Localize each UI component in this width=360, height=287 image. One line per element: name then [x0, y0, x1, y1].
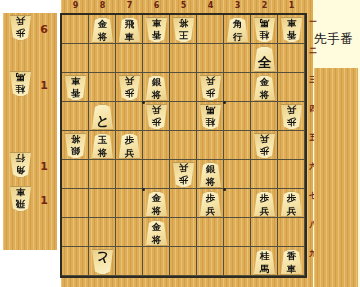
- square-4九[interactable]: [197, 247, 224, 276]
- square-8二[interactable]: [89, 44, 116, 73]
- piece-歩兵-gote[interactable]: 歩兵: [9, 15, 32, 41]
- square-5四[interactable]: [170, 102, 197, 131]
- square-2四[interactable]: [251, 102, 278, 131]
- square-9八[interactable]: [62, 218, 89, 247]
- square-6六[interactable]: [143, 160, 170, 189]
- piece-kanji: 兵: [125, 148, 134, 158]
- square-5二[interactable]: [170, 44, 197, 73]
- hand-count-桂馬: 1: [35, 79, 53, 92]
- square-6九[interactable]: [143, 247, 170, 276]
- piece-kanji: 香: [71, 88, 80, 98]
- piece-角行-gote[interactable]: 角行: [9, 152, 32, 178]
- square-4八[interactable]: [197, 218, 224, 247]
- hand-count-飛車: 1: [35, 194, 53, 207]
- piece-kanji: 兵: [260, 206, 269, 216]
- piece-kanji: 金: [152, 222, 161, 232]
- star-point: [142, 101, 145, 104]
- piece-kanji: 将: [152, 206, 161, 216]
- piece-kanji: 銀: [206, 164, 215, 174]
- square-1八[interactable]: [278, 218, 305, 247]
- file-label-2: 2: [251, 1, 278, 10]
- sente-captured-tray: [314, 68, 358, 287]
- piece-kanji: 車: [287, 18, 296, 28]
- piece-桂馬-gote[interactable]: 桂馬: [9, 71, 32, 97]
- file-label-7: 7: [116, 1, 143, 10]
- piece-kanji: 銀: [71, 146, 80, 156]
- piece-kanji: 行: [233, 32, 242, 42]
- square-8八[interactable]: [89, 218, 116, 247]
- piece-kanji: 将: [179, 18, 188, 28]
- piece-kanji: 桂: [260, 30, 269, 40]
- file-label-9: 9: [62, 1, 89, 10]
- piece-kanji: 香: [152, 30, 161, 40]
- piece-kanji: 将: [260, 90, 269, 100]
- board-grid: 金将飛車香車王将角行桂馬香車全香車歩兵銀将歩兵金将と歩兵桂馬歩兵銀将玉将歩兵歩兵…: [60, 13, 307, 278]
- piece-kanji: 歩: [260, 146, 269, 156]
- piece-kanji: 桂: [206, 117, 215, 127]
- square-4二[interactable]: [197, 44, 224, 73]
- piece-kanji: 車: [71, 76, 80, 86]
- square-3九[interactable]: [224, 247, 251, 276]
- piece-kanji: 兵: [287, 206, 296, 216]
- piece-kanji: 馬: [16, 72, 25, 82]
- square-9九[interactable]: [62, 247, 89, 276]
- piece-kanji: 兵: [152, 105, 161, 115]
- rank-label-一: 一: [308, 17, 318, 27]
- piece-kanji: 将: [152, 235, 161, 245]
- piece-kanji: 歩: [179, 175, 188, 185]
- square-6五[interactable]: [143, 131, 170, 160]
- piece-kanji: 馬: [260, 264, 269, 274]
- piece-kanji: 兵: [206, 76, 215, 86]
- square-5五[interactable]: [170, 131, 197, 160]
- file-label-5: 5: [170, 1, 197, 10]
- square-9七[interactable]: [62, 189, 89, 218]
- piece-kanji: 角: [233, 19, 242, 29]
- square-7六[interactable]: [116, 160, 143, 189]
- square-1二[interactable]: [278, 44, 305, 73]
- square-8三[interactable]: [89, 73, 116, 102]
- star-point: [142, 188, 145, 191]
- piece-kanji: 兵: [16, 16, 25, 26]
- file-label-1: 1: [278, 1, 305, 10]
- square-7八[interactable]: [116, 218, 143, 247]
- piece-kanji: 桂: [16, 85, 25, 95]
- piece-kanji: 歩: [125, 88, 134, 98]
- square-8七[interactable]: [89, 189, 116, 218]
- square-7二[interactable]: [116, 44, 143, 73]
- square-2八[interactable]: [251, 218, 278, 247]
- file-label-3: 3: [224, 1, 251, 10]
- square-1五[interactable]: [278, 131, 305, 160]
- piece-kanji: 歩: [206, 88, 215, 98]
- piece-kanji: と: [96, 114, 110, 128]
- square-2六[interactable]: [251, 160, 278, 189]
- piece-kanji: 金: [260, 77, 269, 87]
- turn-indicator: 先手番: [314, 31, 360, 48]
- piece-kanji: 玉: [98, 135, 107, 145]
- piece-kanji: 歩: [206, 193, 215, 203]
- piece-kanji: 金: [152, 193, 161, 203]
- piece-kanji: 香: [287, 251, 296, 261]
- piece-kanji: 馬: [206, 105, 215, 115]
- piece-kanji: 車: [152, 18, 161, 28]
- piece-kanji: 桂: [260, 251, 269, 261]
- piece-kanji: 将: [98, 32, 107, 42]
- square-7七[interactable]: [116, 189, 143, 218]
- piece-kanji: 歩: [16, 29, 25, 39]
- piece-kanji: 将: [152, 90, 161, 100]
- piece-kanji: 将: [98, 148, 107, 158]
- piece-kanji: 兵: [206, 206, 215, 216]
- square-7四[interactable]: [116, 102, 143, 131]
- rank-label-二: 二: [308, 46, 318, 56]
- file-label-4: 4: [197, 1, 224, 10]
- piece-kanji: 兵: [287, 105, 296, 115]
- piece-kanji: 角: [16, 166, 25, 176]
- piece-kanji: 歩: [287, 193, 296, 203]
- piece-kanji: 歩: [260, 193, 269, 203]
- file-label-8: 8: [89, 1, 116, 10]
- piece-kanji: 歩: [287, 117, 296, 127]
- piece-kanji: 兵: [260, 134, 269, 144]
- board-wood: 金将飛車香車王将角行桂馬香車全香車歩兵銀将歩兵金将と歩兵桂馬歩兵銀将玉将歩兵歩兵…: [61, 0, 313, 287]
- piece-kanji: 兵: [179, 163, 188, 173]
- piece-kanji: 飛: [125, 19, 134, 29]
- square-9四[interactable]: [62, 102, 89, 131]
- piece-kanji: 行: [16, 153, 25, 163]
- piece-kanji: 香: [287, 30, 296, 40]
- square-6二[interactable]: [143, 44, 170, 73]
- piece-kanji: 全: [258, 56, 272, 70]
- piece-kanji: 兵: [125, 76, 134, 86]
- piece-kanji: 馬: [260, 18, 269, 28]
- hand-count-歩兵: 6: [35, 23, 53, 36]
- piece-kanji: 車: [287, 264, 296, 274]
- square-4五[interactable]: [197, 131, 224, 160]
- square-3五[interactable]: [224, 131, 251, 160]
- square-9一[interactable]: [62, 15, 89, 44]
- file-label-6: 6: [143, 1, 170, 10]
- piece-kanji: と: [96, 251, 110, 265]
- gote-captured-tray: 歩兵6桂馬1角行1飛車1: [3, 13, 57, 250]
- piece-kanji: 王: [179, 30, 188, 40]
- piece-kanji: 金: [98, 19, 107, 29]
- square-9二[interactable]: [62, 44, 89, 73]
- square-3三[interactable]: [224, 73, 251, 102]
- square-1三[interactable]: [278, 73, 305, 102]
- square-8六[interactable]: [89, 160, 116, 189]
- star-point: [223, 188, 226, 191]
- square-3七[interactable]: [224, 189, 251, 218]
- square-7九[interactable]: [116, 247, 143, 276]
- square-3二[interactable]: [224, 44, 251, 73]
- square-9六[interactable]: [62, 160, 89, 189]
- square-3八[interactable]: [224, 218, 251, 247]
- hand-count-角行: 1: [35, 160, 53, 173]
- square-5八[interactable]: [170, 218, 197, 247]
- square-5三[interactable]: [170, 73, 197, 102]
- piece-kanji: 将: [71, 134, 80, 144]
- square-3六[interactable]: [224, 160, 251, 189]
- piece-飛車-gote[interactable]: 飛車: [9, 186, 32, 212]
- square-5九[interactable]: [170, 247, 197, 276]
- piece-kanji: 銀: [152, 77, 161, 87]
- piece-kanji: 歩: [152, 117, 161, 127]
- square-3四[interactable]: [224, 102, 251, 131]
- star-point: [223, 101, 226, 104]
- square-1六[interactable]: [278, 160, 305, 189]
- piece-kanji: 将: [206, 177, 215, 187]
- piece-kanji: 飛: [16, 200, 25, 210]
- square-5七[interactable]: [170, 189, 197, 218]
- piece-kanji: 車: [16, 187, 25, 197]
- piece-kanji: 車: [125, 32, 134, 42]
- square-4一[interactable]: [197, 15, 224, 44]
- piece-kanji: 歩: [125, 135, 134, 145]
